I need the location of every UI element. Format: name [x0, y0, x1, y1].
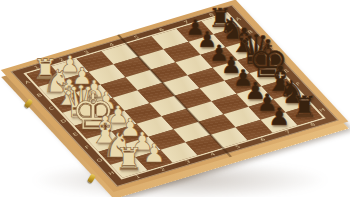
- chess-set-photo: 12345678 12345678 ABCDEFGH ABCDEFGH ♜♟♞♟…: [0, 0, 350, 197]
